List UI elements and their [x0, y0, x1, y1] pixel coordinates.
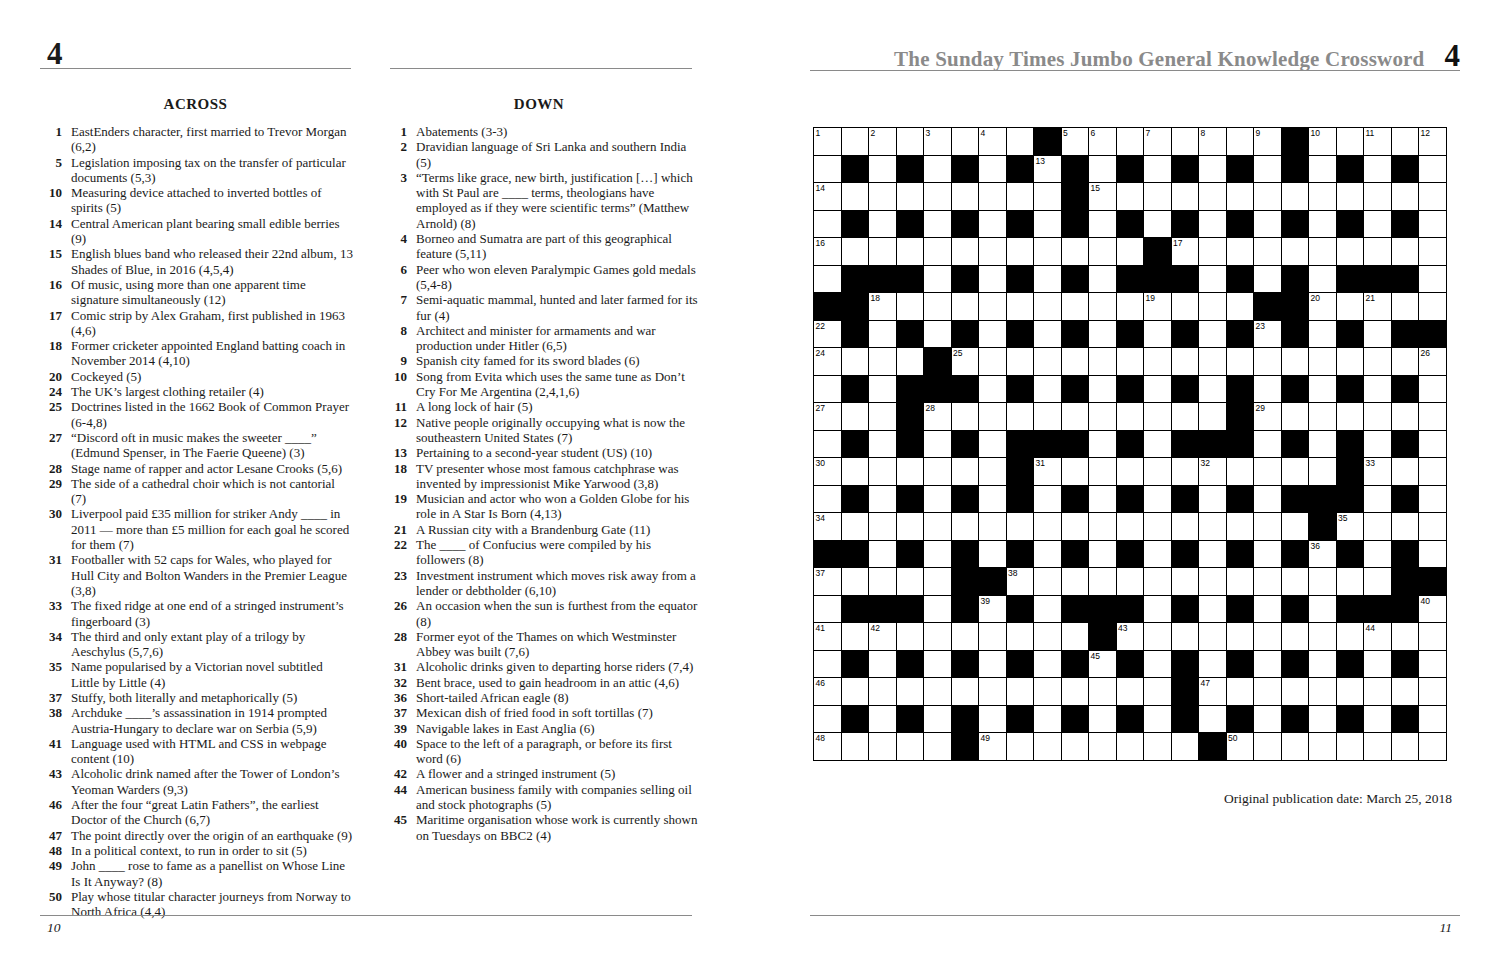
white-cell[interactable] [1364, 431, 1391, 458]
white-cell[interactable] [924, 266, 951, 293]
white-cell[interactable] [1309, 266, 1336, 293]
white-cell[interactable] [814, 486, 841, 513]
white-cell[interactable]: 32 [1199, 458, 1226, 485]
white-cell[interactable] [1254, 623, 1281, 650]
white-cell[interactable] [1034, 238, 1061, 265]
white-cell[interactable] [1254, 541, 1281, 568]
white-cell[interactable] [1309, 596, 1336, 623]
white-cell[interactable] [1199, 376, 1226, 403]
white-cell[interactable] [897, 183, 924, 210]
white-cell[interactable] [1254, 156, 1281, 183]
white-cell[interactable] [1227, 293, 1254, 320]
white-cell[interactable] [1089, 266, 1116, 293]
white-cell[interactable] [924, 486, 951, 513]
white-cell[interactable] [1392, 513, 1419, 540]
white-cell[interactable]: 4 [979, 128, 1006, 155]
white-cell[interactable] [1364, 403, 1391, 430]
white-cell[interactable]: 36 [1309, 541, 1336, 568]
white-cell[interactable]: 42 [869, 623, 896, 650]
white-cell[interactable] [1254, 376, 1281, 403]
white-cell[interactable] [1282, 678, 1309, 705]
white-cell[interactable] [1007, 733, 1034, 760]
white-cell[interactable] [897, 733, 924, 760]
white-cell[interactable] [1364, 678, 1391, 705]
white-cell[interactable] [1089, 376, 1116, 403]
white-cell[interactable] [979, 183, 1006, 210]
white-cell[interactable] [1007, 183, 1034, 210]
white-cell[interactable] [1199, 156, 1226, 183]
white-cell[interactable] [1419, 678, 1446, 705]
white-cell[interactable] [814, 596, 841, 623]
white-cell[interactable] [1392, 458, 1419, 485]
white-cell[interactable] [869, 348, 896, 375]
white-cell[interactable]: 17 [1172, 238, 1199, 265]
white-cell[interactable] [1254, 348, 1281, 375]
white-cell[interactable] [1199, 348, 1226, 375]
white-cell[interactable] [1309, 733, 1336, 760]
white-cell[interactable] [1364, 321, 1391, 348]
white-cell[interactable]: 27 [814, 403, 841, 430]
white-cell[interactable] [814, 266, 841, 293]
white-cell[interactable] [869, 733, 896, 760]
white-cell[interactable] [1034, 486, 1061, 513]
white-cell[interactable] [1419, 651, 1446, 678]
white-cell[interactable] [924, 706, 951, 733]
white-cell[interactable] [1144, 706, 1171, 733]
white-cell[interactable] [1309, 651, 1336, 678]
white-cell[interactable] [1419, 376, 1446, 403]
white-cell[interactable] [1227, 678, 1254, 705]
white-cell[interactable]: 33 [1364, 458, 1391, 485]
white-cell[interactable]: 30 [814, 458, 841, 485]
white-cell[interactable] [1309, 348, 1336, 375]
white-cell[interactable] [1419, 156, 1446, 183]
white-cell[interactable]: 8 [1199, 128, 1226, 155]
white-cell[interactable] [1419, 293, 1446, 320]
white-cell[interactable] [1117, 183, 1144, 210]
white-cell[interactable] [1117, 128, 1144, 155]
white-cell[interactable] [1199, 293, 1226, 320]
white-cell[interactable] [1089, 733, 1116, 760]
white-cell[interactable]: 29 [1254, 403, 1281, 430]
white-cell[interactable]: 2 [869, 128, 896, 155]
white-cell[interactable] [979, 513, 1006, 540]
white-cell[interactable] [1034, 266, 1061, 293]
white-cell[interactable] [1419, 238, 1446, 265]
white-cell[interactable] [1062, 403, 1089, 430]
white-cell[interactable] [842, 513, 869, 540]
white-cell[interactable] [1089, 293, 1116, 320]
white-cell[interactable] [952, 623, 979, 650]
white-cell[interactable] [1117, 678, 1144, 705]
white-cell[interactable] [979, 706, 1006, 733]
white-cell[interactable] [869, 513, 896, 540]
white-cell[interactable] [1282, 403, 1309, 430]
white-cell[interactable] [924, 568, 951, 595]
white-cell[interactable] [1309, 706, 1336, 733]
white-cell[interactable] [924, 623, 951, 650]
white-cell[interactable] [979, 458, 1006, 485]
white-cell[interactable]: 10 [1309, 128, 1336, 155]
white-cell[interactable]: 12 [1419, 128, 1446, 155]
white-cell[interactable] [842, 403, 869, 430]
white-cell[interactable]: 38 [1007, 568, 1034, 595]
white-cell[interactable] [1392, 128, 1419, 155]
white-cell[interactable] [1089, 486, 1116, 513]
white-cell[interactable] [1007, 513, 1034, 540]
white-cell[interactable] [979, 321, 1006, 348]
white-cell[interactable] [1172, 623, 1199, 650]
white-cell[interactable] [1117, 348, 1144, 375]
white-cell[interactable] [952, 238, 979, 265]
white-cell[interactable] [1199, 706, 1226, 733]
white-cell[interactable] [1364, 568, 1391, 595]
white-cell[interactable] [1282, 623, 1309, 650]
white-cell[interactable]: 9 [1254, 128, 1281, 155]
white-cell[interactable] [1199, 541, 1226, 568]
white-cell[interactable] [869, 486, 896, 513]
white-cell[interactable] [869, 403, 896, 430]
white-cell[interactable] [842, 568, 869, 595]
white-cell[interactable] [1254, 431, 1281, 458]
white-cell[interactable] [1364, 156, 1391, 183]
white-cell[interactable] [1034, 596, 1061, 623]
white-cell[interactable] [1034, 623, 1061, 650]
white-cell[interactable] [924, 431, 951, 458]
white-cell[interactable] [1172, 128, 1199, 155]
white-cell[interactable] [1199, 568, 1226, 595]
white-cell[interactable] [897, 623, 924, 650]
white-cell[interactable] [924, 156, 951, 183]
white-cell[interactable] [1254, 651, 1281, 678]
white-cell[interactable] [1062, 568, 1089, 595]
white-cell[interactable] [1034, 706, 1061, 733]
white-cell[interactable] [869, 568, 896, 595]
white-cell[interactable] [842, 458, 869, 485]
white-cell[interactable] [1254, 238, 1281, 265]
white-cell[interactable] [1309, 623, 1336, 650]
white-cell[interactable] [897, 513, 924, 540]
white-cell[interactable] [1254, 733, 1281, 760]
white-cell[interactable] [1419, 403, 1446, 430]
white-cell[interactable] [1364, 183, 1391, 210]
white-cell[interactable] [952, 183, 979, 210]
white-cell[interactable] [952, 678, 979, 705]
white-cell[interactable] [1144, 651, 1171, 678]
white-cell[interactable] [1309, 431, 1336, 458]
white-cell[interactable] [1089, 513, 1116, 540]
white-cell[interactable] [1419, 266, 1446, 293]
white-cell[interactable] [1062, 678, 1089, 705]
white-cell[interactable] [1282, 348, 1309, 375]
white-cell[interactable] [952, 128, 979, 155]
white-cell[interactable]: 15 [1089, 183, 1116, 210]
white-cell[interactable] [1144, 211, 1171, 238]
white-cell[interactable] [1117, 513, 1144, 540]
white-cell[interactable] [1227, 238, 1254, 265]
white-cell[interactable] [1254, 266, 1281, 293]
white-cell[interactable] [1089, 706, 1116, 733]
white-cell[interactable] [1419, 183, 1446, 210]
white-cell[interactable] [1199, 651, 1226, 678]
white-cell[interactable] [1034, 568, 1061, 595]
white-cell[interactable] [1337, 403, 1364, 430]
white-cell[interactable] [897, 238, 924, 265]
white-cell[interactable] [1199, 486, 1226, 513]
white-cell[interactable] [1144, 568, 1171, 595]
white-cell[interactable] [924, 211, 951, 238]
white-cell[interactable] [979, 678, 1006, 705]
white-cell[interactable] [869, 678, 896, 705]
white-cell[interactable] [1337, 623, 1364, 650]
white-cell[interactable] [1144, 348, 1171, 375]
white-cell[interactable] [1172, 513, 1199, 540]
white-cell[interactable]: 49 [979, 733, 1006, 760]
white-cell[interactable] [1309, 321, 1336, 348]
white-cell[interactable] [924, 321, 951, 348]
white-cell[interactable] [1419, 541, 1446, 568]
white-cell[interactable] [1254, 678, 1281, 705]
white-cell[interactable] [979, 403, 1006, 430]
white-cell[interactable] [897, 293, 924, 320]
white-cell[interactable] [1254, 458, 1281, 485]
white-cell[interactable] [1337, 568, 1364, 595]
white-cell[interactable] [924, 183, 951, 210]
white-cell[interactable]: 7 [1144, 128, 1171, 155]
white-cell[interactable] [1199, 623, 1226, 650]
white-cell[interactable] [1419, 458, 1446, 485]
white-cell[interactable] [1172, 568, 1199, 595]
white-cell[interactable] [1282, 183, 1309, 210]
white-cell[interactable] [1144, 376, 1171, 403]
white-cell[interactable] [1392, 183, 1419, 210]
white-cell[interactable] [1309, 568, 1336, 595]
white-cell[interactable] [1419, 431, 1446, 458]
white-cell[interactable] [1062, 458, 1089, 485]
white-cell[interactable] [1309, 183, 1336, 210]
white-cell[interactable] [1144, 156, 1171, 183]
white-cell[interactable] [1254, 211, 1281, 238]
white-cell[interactable] [1309, 678, 1336, 705]
white-cell[interactable] [1172, 183, 1199, 210]
white-cell[interactable] [1034, 211, 1061, 238]
white-cell[interactable] [979, 651, 1006, 678]
white-cell[interactable] [1199, 238, 1226, 265]
white-cell[interactable] [924, 541, 951, 568]
white-cell[interactable]: 50 [1227, 733, 1254, 760]
white-cell[interactable]: 22 [814, 321, 841, 348]
white-cell[interactable] [952, 513, 979, 540]
white-cell[interactable] [979, 238, 1006, 265]
white-cell[interactable] [842, 678, 869, 705]
white-cell[interactable] [842, 623, 869, 650]
white-cell[interactable] [1254, 706, 1281, 733]
white-cell[interactable] [1364, 513, 1391, 540]
white-cell[interactable] [1199, 211, 1226, 238]
white-cell[interactable] [1254, 513, 1281, 540]
white-cell[interactable] [897, 568, 924, 595]
white-cell[interactable] [1364, 541, 1391, 568]
white-cell[interactable] [1254, 486, 1281, 513]
white-cell[interactable] [1144, 733, 1171, 760]
white-cell[interactable] [1172, 293, 1199, 320]
white-cell[interactable] [1089, 678, 1116, 705]
white-cell[interactable] [1034, 513, 1061, 540]
white-cell[interactable] [1227, 568, 1254, 595]
white-cell[interactable] [1062, 293, 1089, 320]
white-cell[interactable] [1089, 541, 1116, 568]
white-cell[interactable] [979, 293, 1006, 320]
white-cell[interactable] [1392, 238, 1419, 265]
white-cell[interactable] [1282, 733, 1309, 760]
white-cell[interactable] [1364, 706, 1391, 733]
white-cell[interactable] [952, 293, 979, 320]
white-cell[interactable] [979, 266, 1006, 293]
white-cell[interactable] [1117, 458, 1144, 485]
white-cell[interactable]: 47 [1199, 678, 1226, 705]
white-cell[interactable] [1034, 678, 1061, 705]
white-cell[interactable] [1337, 128, 1364, 155]
white-cell[interactable] [979, 541, 1006, 568]
white-cell[interactable]: 18 [869, 293, 896, 320]
white-cell[interactable] [1007, 293, 1034, 320]
white-cell[interactable] [1007, 238, 1034, 265]
white-cell[interactable] [1392, 733, 1419, 760]
white-cell[interactable] [1034, 403, 1061, 430]
white-cell[interactable] [897, 348, 924, 375]
white-cell[interactable] [1419, 513, 1446, 540]
white-cell[interactable] [1419, 706, 1446, 733]
white-cell[interactable] [1144, 321, 1171, 348]
white-cell[interactable] [842, 183, 869, 210]
white-cell[interactable] [1282, 458, 1309, 485]
white-cell[interactable] [1227, 128, 1254, 155]
white-cell[interactable]: 20 [1309, 293, 1336, 320]
white-cell[interactable] [1089, 211, 1116, 238]
white-cell[interactable] [1254, 568, 1281, 595]
white-cell[interactable] [1282, 568, 1309, 595]
white-cell[interactable] [897, 678, 924, 705]
white-cell[interactable]: 25 [952, 348, 979, 375]
white-cell[interactable]: 14 [814, 183, 841, 210]
white-cell[interactable] [1117, 293, 1144, 320]
white-cell[interactable] [897, 458, 924, 485]
white-cell[interactable] [1034, 376, 1061, 403]
white-cell[interactable]: 3 [924, 128, 951, 155]
white-cell[interactable] [1227, 183, 1254, 210]
white-cell[interactable] [1144, 431, 1171, 458]
white-cell[interactable]: 37 [814, 568, 841, 595]
white-cell[interactable]: 16 [814, 238, 841, 265]
white-cell[interactable] [979, 431, 1006, 458]
white-cell[interactable] [869, 321, 896, 348]
white-cell[interactable]: 13 [1034, 156, 1061, 183]
white-cell[interactable]: 46 [814, 678, 841, 705]
white-cell[interactable]: 43 [1117, 623, 1144, 650]
white-cell[interactable] [1089, 458, 1116, 485]
white-cell[interactable] [1337, 183, 1364, 210]
white-cell[interactable] [1062, 238, 1089, 265]
white-cell[interactable] [1337, 293, 1364, 320]
white-cell[interactable] [1364, 376, 1391, 403]
white-cell[interactable]: 34 [814, 513, 841, 540]
white-cell[interactable] [1392, 293, 1419, 320]
white-cell[interactable]: 35 [1337, 513, 1364, 540]
white-cell[interactable] [1144, 541, 1171, 568]
white-cell[interactable] [1309, 458, 1336, 485]
white-cell[interactable] [1144, 458, 1171, 485]
white-cell[interactable] [1309, 238, 1336, 265]
white-cell[interactable] [869, 238, 896, 265]
white-cell[interactable] [1089, 403, 1116, 430]
white-cell[interactable] [924, 458, 951, 485]
white-cell[interactable] [814, 211, 841, 238]
white-cell[interactable] [952, 458, 979, 485]
white-cell[interactable] [1089, 321, 1116, 348]
white-cell[interactable] [1034, 651, 1061, 678]
white-cell[interactable] [1282, 238, 1309, 265]
white-cell[interactable] [1227, 623, 1254, 650]
white-cell[interactable] [1364, 486, 1391, 513]
white-cell[interactable] [869, 183, 896, 210]
white-cell[interactable] [924, 238, 951, 265]
white-cell[interactable] [869, 458, 896, 485]
white-cell[interactable] [1144, 513, 1171, 540]
white-cell[interactable] [1254, 183, 1281, 210]
white-cell[interactable] [1062, 623, 1089, 650]
white-cell[interactable] [924, 596, 951, 623]
white-cell[interactable] [979, 348, 1006, 375]
white-cell[interactable] [814, 431, 841, 458]
white-cell[interactable]: 24 [814, 348, 841, 375]
white-cell[interactable] [1144, 623, 1171, 650]
white-cell[interactable] [952, 403, 979, 430]
white-cell[interactable] [1419, 733, 1446, 760]
white-cell[interactable] [1034, 183, 1061, 210]
white-cell[interactable] [1007, 348, 1034, 375]
white-cell[interactable] [1309, 403, 1336, 430]
white-cell[interactable] [979, 156, 1006, 183]
white-cell[interactable]: 11 [1364, 128, 1391, 155]
white-cell[interactable] [979, 623, 1006, 650]
white-cell[interactable] [1392, 623, 1419, 650]
white-cell[interactable]: 39 [979, 596, 1006, 623]
white-cell[interactable]: 41 [814, 623, 841, 650]
white-cell[interactable] [814, 651, 841, 678]
white-cell[interactable] [1309, 156, 1336, 183]
white-cell[interactable] [1062, 513, 1089, 540]
white-cell[interactable] [869, 376, 896, 403]
white-cell[interactable] [869, 541, 896, 568]
white-cell[interactable]: 1 [814, 128, 841, 155]
white-cell[interactable] [1227, 458, 1254, 485]
white-cell[interactable] [1007, 678, 1034, 705]
white-cell[interactable] [1089, 238, 1116, 265]
white-cell[interactable] [869, 706, 896, 733]
white-cell[interactable] [1337, 678, 1364, 705]
white-cell[interactable] [1117, 733, 1144, 760]
white-cell[interactable] [1337, 238, 1364, 265]
white-cell[interactable] [1117, 238, 1144, 265]
white-cell[interactable] [1034, 733, 1061, 760]
white-cell[interactable]: 40 [1419, 596, 1446, 623]
white-cell[interactable] [1337, 733, 1364, 760]
white-cell[interactable] [1364, 733, 1391, 760]
white-cell[interactable] [1199, 266, 1226, 293]
white-cell[interactable] [1364, 211, 1391, 238]
white-cell[interactable] [1034, 293, 1061, 320]
white-cell[interactable]: 44 [1364, 623, 1391, 650]
